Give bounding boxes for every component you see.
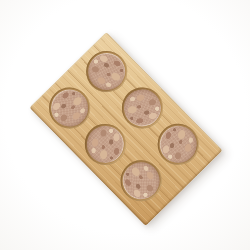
pit-r0-c0[interactable] [40, 79, 98, 137]
pit-r1-c0[interactable] [76, 115, 134, 173]
cork-disc [43, 82, 95, 134]
pit-r2-c1[interactable] [148, 115, 206, 173]
pit-r1-c1[interactable] [113, 79, 171, 137]
pit-r2-c0[interactable] [111, 152, 169, 210]
product-photo-background [0, 0, 250, 250]
cork-disc [81, 47, 130, 96]
mancala-board [29, 32, 222, 226]
cork-disc [119, 85, 164, 130]
cork-disc [155, 122, 201, 168]
pit-r0-c1[interactable] [77, 43, 135, 101]
cork-disc [115, 155, 166, 206]
cork-disc [84, 124, 124, 164]
